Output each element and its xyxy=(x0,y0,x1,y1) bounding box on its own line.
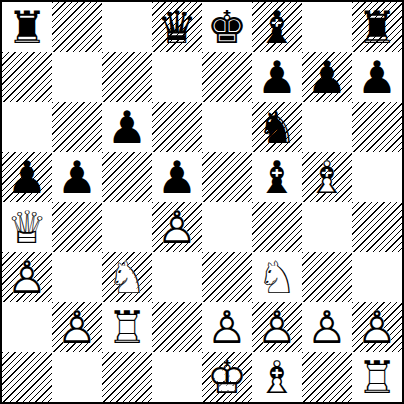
white-pawn-fill-d4: ♟ xyxy=(152,202,202,252)
square-a3[interactable]: ♟♙ xyxy=(2,252,52,302)
square-g5[interactable]: ♝♗ xyxy=(302,152,352,202)
square-g1[interactable] xyxy=(302,352,352,402)
white-knight-fill-c3: ♞ xyxy=(102,252,152,302)
square-g4[interactable] xyxy=(302,202,352,252)
black-pawn-g7[interactable]: ♟ xyxy=(302,52,352,102)
white-pawn-fill-g2: ♟ xyxy=(302,302,352,352)
white-pawn-f2[interactable]: ♙ xyxy=(252,302,302,352)
square-f6[interactable]: ♞ xyxy=(252,102,302,152)
white-queen-fill-a4: ♛ xyxy=(2,202,52,252)
square-a8[interactable]: ♜ xyxy=(2,2,52,52)
black-pawn-b5[interactable]: ♟ xyxy=(52,152,102,202)
square-c6[interactable]: ♟ xyxy=(102,102,152,152)
square-e5[interactable] xyxy=(202,152,252,202)
white-knight-fill-f3: ♞ xyxy=(252,252,302,302)
square-b3[interactable] xyxy=(52,252,102,302)
square-d1[interactable] xyxy=(152,352,202,402)
square-d4[interactable]: ♟♙ xyxy=(152,202,202,252)
black-rook-h8[interactable]: ♜ xyxy=(352,2,402,52)
white-rook-h1[interactable]: ♖ xyxy=(352,352,402,402)
square-c5[interactable] xyxy=(102,152,152,202)
square-a4[interactable]: ♛♕ xyxy=(2,202,52,252)
square-g3[interactable] xyxy=(302,252,352,302)
square-e4[interactable] xyxy=(202,202,252,252)
square-f2[interactable]: ♟♙ xyxy=(252,302,302,352)
square-g8[interactable] xyxy=(302,2,352,52)
square-g6[interactable] xyxy=(302,102,352,152)
white-rook-fill-h1: ♜ xyxy=(352,352,402,402)
black-pawn-a5[interactable]: ♟ xyxy=(2,152,52,202)
square-c3[interactable]: ♞♘ xyxy=(102,252,152,302)
square-b1[interactable] xyxy=(52,352,102,402)
square-b7[interactable] xyxy=(52,52,102,102)
square-c1[interactable] xyxy=(102,352,152,402)
chess-board: ♜♛♚♝♜♟♟♟♟♞♟♟♟♝♝♗♛♕♟♙♟♙♞♘♞♘♟♙♜♖♟♙♟♙♟♙♟♙♚♔… xyxy=(2,2,402,402)
square-h3[interactable] xyxy=(352,252,402,302)
square-g2[interactable]: ♟♙ xyxy=(302,302,352,352)
square-a7[interactable] xyxy=(2,52,52,102)
white-pawn-d4[interactable]: ♙ xyxy=(152,202,202,252)
square-h1[interactable]: ♜♖ xyxy=(352,352,402,402)
square-f3[interactable]: ♞♘ xyxy=(252,252,302,302)
square-e6[interactable] xyxy=(202,102,252,152)
square-f8[interactable]: ♝ xyxy=(252,2,302,52)
square-e8[interactable]: ♚ xyxy=(202,2,252,52)
square-h4[interactable] xyxy=(352,202,402,252)
square-f5[interactable]: ♝ xyxy=(252,152,302,202)
square-e2[interactable]: ♟♙ xyxy=(202,302,252,352)
white-bishop-fill-f1: ♝ xyxy=(252,352,302,402)
white-pawn-b2[interactable]: ♙ xyxy=(52,302,102,352)
white-king-fill-e1: ♚ xyxy=(202,352,252,402)
black-pawn-c6[interactable]: ♟ xyxy=(102,102,152,152)
white-pawn-h2[interactable]: ♙ xyxy=(352,302,402,352)
white-bishop-fill-g5: ♝ xyxy=(302,152,352,202)
black-pawn-d5[interactable]: ♟ xyxy=(152,152,202,202)
white-pawn-fill-h2: ♟ xyxy=(352,302,402,352)
white-knight-c3[interactable]: ♘ xyxy=(102,252,152,302)
square-f4[interactable] xyxy=(252,202,302,252)
square-c2[interactable]: ♜♖ xyxy=(102,302,152,352)
white-rook-fill-c2: ♜ xyxy=(102,302,152,352)
white-knight-f3[interactable]: ♘ xyxy=(252,252,302,302)
square-e3[interactable] xyxy=(202,252,252,302)
square-h5[interactable] xyxy=(352,152,402,202)
square-a5[interactable]: ♟ xyxy=(2,152,52,202)
black-bishop-f5[interactable]: ♝ xyxy=(252,152,302,202)
square-e7[interactable] xyxy=(202,52,252,102)
square-a1[interactable] xyxy=(2,352,52,402)
square-h8[interactable]: ♜ xyxy=(352,2,402,52)
square-c4[interactable] xyxy=(102,202,152,252)
white-pawn-fill-a3: ♟ xyxy=(2,252,52,302)
square-b2[interactable]: ♟♙ xyxy=(52,302,102,352)
square-h2[interactable]: ♟♙ xyxy=(352,302,402,352)
square-d7[interactable] xyxy=(152,52,202,102)
white-pawn-e2[interactable]: ♙ xyxy=(202,302,252,352)
black-knight-f6[interactable]: ♞ xyxy=(252,102,302,152)
black-bishop-f8[interactable]: ♝ xyxy=(252,2,302,52)
square-f1[interactable]: ♝♗ xyxy=(252,352,302,402)
black-king-e8[interactable]: ♚ xyxy=(202,2,252,52)
white-king-e1[interactable]: ♔ xyxy=(202,352,252,402)
white-pawn-fill-e2: ♟ xyxy=(202,302,252,352)
square-d6[interactable] xyxy=(152,102,202,152)
square-d5[interactable]: ♟ xyxy=(152,152,202,202)
white-bishop-g5[interactable]: ♗ xyxy=(302,152,352,202)
white-pawn-fill-b2: ♟ xyxy=(52,302,102,352)
white-pawn-a3[interactable]: ♙ xyxy=(2,252,52,302)
white-pawn-fill-f2: ♟ xyxy=(252,302,302,352)
square-h6[interactable] xyxy=(352,102,402,152)
square-a2[interactable] xyxy=(2,302,52,352)
square-g7[interactable]: ♟ xyxy=(302,52,352,102)
square-b8[interactable] xyxy=(52,2,102,52)
white-queen-a4[interactable]: ♕ xyxy=(2,202,52,252)
white-pawn-g2[interactable]: ♙ xyxy=(302,302,352,352)
square-b4[interactable] xyxy=(52,202,102,252)
chess-board-frame: ♜♛♚♝♜♟♟♟♟♞♟♟♟♝♝♗♛♕♟♙♟♙♞♘♞♘♟♙♜♖♟♙♟♙♟♙♟♙♚♔… xyxy=(0,0,404,404)
square-a6[interactable] xyxy=(2,102,52,152)
square-b5[interactable]: ♟ xyxy=(52,152,102,202)
white-bishop-f1[interactable]: ♗ xyxy=(252,352,302,402)
black-pawn-h7[interactable]: ♟ xyxy=(352,52,402,102)
square-c7[interactable] xyxy=(102,52,152,102)
square-d3[interactable] xyxy=(152,252,202,302)
square-d2[interactable] xyxy=(152,302,202,352)
square-e1[interactable]: ♚♔ xyxy=(202,352,252,402)
square-c8[interactable] xyxy=(102,2,152,52)
square-h7[interactable]: ♟ xyxy=(352,52,402,102)
square-d8[interactable]: ♛ xyxy=(152,2,202,52)
square-f7[interactable]: ♟ xyxy=(252,52,302,102)
black-queen-d8[interactable]: ♛ xyxy=(152,2,202,52)
white-rook-c2[interactable]: ♖ xyxy=(102,302,152,352)
black-pawn-f7[interactable]: ♟ xyxy=(252,52,302,102)
black-rook-a8[interactable]: ♜ xyxy=(2,2,52,52)
square-b6[interactable] xyxy=(52,102,102,152)
